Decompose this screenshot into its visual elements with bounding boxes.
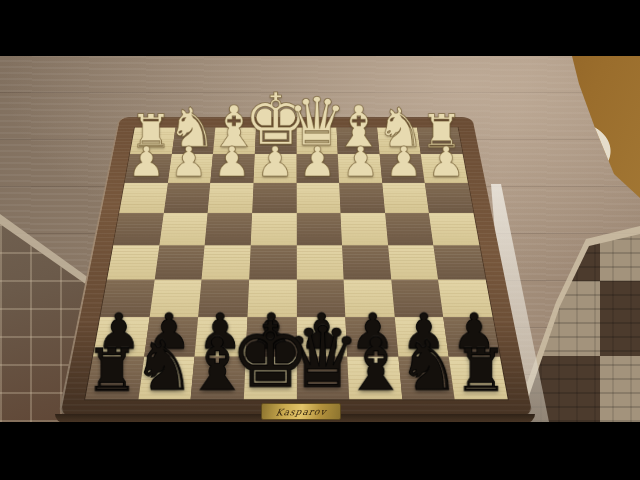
square-g3[interactable] — [164, 183, 211, 213]
square-a3[interactable] — [425, 183, 473, 213]
square-f2[interactable]: ♟ — [211, 154, 255, 182]
square-f5[interactable] — [202, 245, 251, 280]
black-rook[interactable]: ♜ — [85, 342, 138, 398]
square-g4[interactable] — [159, 213, 208, 245]
square-e8[interactable]: ♚ — [244, 357, 297, 400]
square-c2[interactable]: ♟ — [338, 154, 382, 182]
square-c3[interactable] — [339, 183, 385, 213]
room-scene: ♜♞♝♚♛♝♞♜♟♟♟♟♟♟♟♟♟♟♟♟♟♟♟♟♜♞♝♚♛♝♞♜ Kasparo… — [0, 56, 640, 422]
white-pawn[interactable]: ♟ — [385, 143, 422, 182]
black-knight[interactable]: ♞ — [398, 333, 460, 398]
square-e5[interactable] — [249, 245, 296, 280]
black-rook[interactable]: ♜ — [455, 342, 508, 398]
square-e3[interactable] — [252, 183, 296, 213]
white-pawn[interactable]: ♟ — [213, 143, 250, 182]
square-e2[interactable]: ♟ — [253, 154, 296, 182]
white-pawn[interactable]: ♟ — [342, 143, 379, 182]
chess-board[interactable]: ♜♞♝♚♛♝♞♜♟♟♟♟♟♟♟♟♟♟♟♟♟♟♟♟♜♞♝♚♛♝♞♜ — [58, 117, 533, 417]
square-f4[interactable] — [205, 213, 252, 245]
square-a2[interactable]: ♟ — [421, 154, 468, 182]
square-g2[interactable]: ♟ — [168, 154, 213, 182]
square-c8[interactable]: ♝ — [347, 357, 402, 400]
square-c4[interactable] — [341, 213, 388, 245]
letterbox-bottom-bar — [0, 422, 640, 480]
square-h5[interactable] — [107, 245, 159, 280]
square-d5[interactable] — [296, 245, 343, 280]
square-d2[interactable]: ♟ — [296, 154, 339, 182]
black-knight[interactable]: ♞ — [134, 333, 196, 398]
video-frame: ♜♞♝♚♛♝♞♜♟♟♟♟♟♟♟♟♟♟♟♟♟♟♟♟♜♞♝♚♛♝♞♜ Kasparo… — [0, 0, 640, 480]
white-pawn[interactable]: ♟ — [128, 143, 165, 182]
square-h4[interactable] — [113, 213, 163, 245]
brand-plaque: Kasparov — [261, 403, 341, 420]
square-b4[interactable] — [385, 213, 434, 245]
black-king[interactable]: ♚ — [230, 313, 311, 399]
square-d3[interactable] — [296, 183, 340, 213]
white-pawn[interactable]: ♟ — [428, 143, 465, 182]
square-h3[interactable] — [119, 183, 167, 213]
letterbox-top-bar — [0, 0, 640, 56]
white-pawn[interactable]: ♟ — [256, 143, 293, 182]
square-d4[interactable] — [296, 213, 342, 245]
board-perspective-wrap: ♜♞♝♚♛♝♞♜♟♟♟♟♟♟♟♟♟♟♟♟♟♟♟♟♜♞♝♚♛♝♞♜ — [58, 56, 533, 417]
square-h2[interactable]: ♟ — [125, 154, 172, 182]
square-b8[interactable]: ♞ — [398, 357, 455, 400]
white-pawn[interactable]: ♟ — [299, 143, 336, 182]
board-squares-grid: ♜♞♝♚♛♝♞♜♟♟♟♟♟♟♟♟♟♟♟♟♟♟♟♟♜♞♝♚♛♝♞♜ — [85, 127, 508, 399]
square-g5[interactable] — [154, 245, 204, 280]
square-f3[interactable] — [208, 183, 254, 213]
square-c5[interactable] — [342, 245, 391, 280]
square-b5[interactable] — [388, 245, 439, 280]
square-b3[interactable] — [382, 183, 429, 213]
square-a5[interactable] — [434, 245, 486, 280]
white-pawn[interactable]: ♟ — [171, 143, 208, 182]
brand-signature: Kasparov — [275, 406, 328, 417]
square-b2[interactable]: ♟ — [379, 154, 425, 182]
square-g8[interactable]: ♞ — [138, 357, 195, 400]
square-a4[interactable] — [429, 213, 479, 245]
square-e4[interactable] — [251, 213, 297, 245]
